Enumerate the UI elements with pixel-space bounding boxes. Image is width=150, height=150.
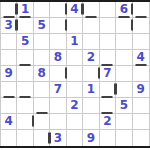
cell-r3c2[interactable]: 5 [17, 34, 33, 50]
cell-r8c7[interactable]: 2 [100, 114, 116, 130]
given-digit: 3 [5, 19, 13, 31]
cell-r9c3[interactable] [34, 130, 50, 146]
cell-r1c3[interactable] [34, 2, 50, 18]
cell-r2c3[interactable]: 5 [34, 18, 50, 34]
cell-r8c5[interactable] [67, 114, 83, 130]
given-digit: 1 [70, 35, 78, 47]
cell-r3c3[interactable] [34, 34, 50, 50]
cell-r4c3[interactable] [34, 50, 50, 66]
cell-r1c6[interactable] [83, 2, 99, 18]
given-digit: 1 [21, 3, 29, 15]
cell-r5c7[interactable]: 7 [100, 66, 116, 82]
cell-r3c1[interactable] [1, 34, 17, 50]
given-digit: 2 [87, 51, 95, 63]
given-digit: 4 [5, 115, 13, 127]
given-digit: 5 [120, 99, 128, 111]
cell-r2c6[interactable] [83, 18, 99, 34]
cell-r1c9[interactable] [133, 2, 149, 18]
cell-r2c1[interactable]: 3 [1, 18, 17, 34]
cell-r2c8[interactable] [116, 18, 132, 34]
cell-r4c2[interactable] [17, 50, 33, 66]
cell-r6c9[interactable]: 9 [133, 82, 149, 98]
cell-r5c1[interactable]: 9 [1, 66, 17, 82]
cell-r2c5[interactable] [67, 18, 83, 34]
cell-r7c6[interactable] [83, 98, 99, 114]
cell-r5c8[interactable] [116, 66, 132, 82]
cell-r6c1[interactable] [1, 82, 17, 98]
given-digit: 9 [87, 132, 95, 144]
cell-r5c4[interactable] [50, 66, 66, 82]
cell-r6c4[interactable]: 7 [50, 82, 66, 98]
board-bottom-rule [0, 146, 150, 148]
cell-r1c5[interactable]: 4 [67, 2, 83, 18]
cell-r8c2[interactable] [17, 114, 33, 130]
cell-r1c1[interactable] [1, 2, 17, 18]
given-digit: 8 [54, 51, 62, 63]
cell-r3c4[interactable] [50, 34, 66, 50]
sudoku-grid: 1463551824987719254239 [0, 2, 150, 147]
cell-r4c6[interactable]: 2 [83, 50, 99, 66]
cell-r8c1[interactable]: 4 [1, 114, 17, 130]
cell-r3c8[interactable] [116, 34, 132, 50]
cell-r2c2[interactable] [17, 18, 33, 34]
given-digit: 2 [103, 115, 111, 127]
given-digit: 7 [103, 67, 111, 79]
cell-r4c1[interactable] [1, 50, 17, 66]
cell-r2c7[interactable] [100, 18, 116, 34]
cell-r7c7[interactable] [100, 98, 116, 114]
given-digit: 5 [37, 19, 45, 31]
cell-r7c1[interactable] [1, 98, 17, 114]
cell-r8c4[interactable] [50, 114, 66, 130]
given-digit: 5 [21, 35, 29, 47]
given-digit: 4 [137, 51, 145, 63]
given-digit: 1 [87, 83, 95, 95]
cell-r4c7[interactable] [100, 50, 116, 66]
cell-r3c7[interactable] [100, 34, 116, 50]
cell-r9c8[interactable] [116, 130, 132, 146]
cell-r2c9[interactable] [133, 18, 149, 34]
cell-r9c9[interactable] [133, 130, 149, 146]
cell-r6c2[interactable] [17, 82, 33, 98]
cell-r7c5[interactable]: 2 [67, 98, 83, 114]
cell-r7c4[interactable] [50, 98, 66, 114]
cell-r5c3[interactable]: 8 [34, 66, 50, 82]
cell-r6c8[interactable] [116, 82, 132, 98]
given-digit: 6 [120, 3, 128, 15]
cell-r5c9[interactable] [133, 66, 149, 82]
cell-r4c8[interactable] [116, 50, 132, 66]
given-digit: 3 [54, 132, 62, 144]
cell-r4c9[interactable]: 4 [133, 50, 149, 66]
cell-r9c2[interactable] [17, 130, 33, 146]
cell-r9c6[interactable]: 9 [83, 130, 99, 146]
cell-r2c4[interactable] [50, 18, 66, 34]
cell-r1c4[interactable] [50, 2, 66, 18]
cell-r4c4[interactable]: 8 [50, 50, 66, 66]
cell-r8c3[interactable] [34, 114, 50, 130]
cell-r9c5[interactable] [67, 130, 83, 146]
cell-r7c8[interactable]: 5 [116, 98, 132, 114]
cell-r9c4[interactable]: 3 [50, 130, 66, 146]
given-digit: 9 [5, 67, 13, 79]
given-digit: 4 [70, 3, 78, 15]
given-digit: 9 [137, 83, 145, 95]
cell-r6c7[interactable] [100, 82, 116, 98]
cell-r7c9[interactable] [133, 98, 149, 114]
cell-r5c6[interactable] [83, 66, 99, 82]
puzzle-board: 1463551824987719254239 [0, 0, 150, 150]
cell-r1c7[interactable] [100, 2, 116, 18]
cell-r6c6[interactable]: 1 [83, 82, 99, 98]
given-digit: 2 [70, 99, 78, 111]
cell-r8c9[interactable] [133, 114, 149, 130]
cell-r7c2[interactable] [17, 98, 33, 114]
cell-r4c5[interactable] [67, 50, 83, 66]
cell-r8c8[interactable] [116, 114, 132, 130]
cell-r9c1[interactable] [1, 130, 17, 146]
cell-r8c6[interactable] [83, 114, 99, 130]
cell-r3c5[interactable]: 1 [67, 34, 83, 50]
cell-r6c3[interactable] [34, 82, 50, 98]
cell-r3c6[interactable] [83, 34, 99, 50]
cell-r7c3[interactable] [34, 98, 50, 114]
cell-r6c5[interactable] [67, 82, 83, 98]
cell-r5c5[interactable] [67, 66, 83, 82]
cell-r9c7[interactable] [100, 130, 116, 146]
cell-r5c2[interactable] [17, 66, 33, 82]
cell-r1c2[interactable]: 1 [17, 2, 33, 18]
cell-r1c8[interactable]: 6 [116, 2, 132, 18]
given-digit: 7 [54, 83, 62, 95]
cell-r3c9[interactable] [133, 34, 149, 50]
given-digit: 8 [37, 67, 45, 79]
